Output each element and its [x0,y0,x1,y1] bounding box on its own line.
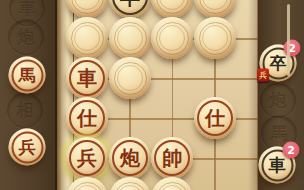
scrollbar-indicator[interactable] [287,4,290,76]
hidden-piece[interactable] [151,177,193,190]
tray-slot-faded: 相 [7,92,43,128]
capture-count-badge: 2 [283,142,300,159]
hidden-piece[interactable] [194,17,236,59]
revealed-seal-icon: 兵 [257,69,269,82]
hidden-piece[interactable] [151,0,193,18]
board-piece-red-advisor[interactable]: 仕 [194,97,236,139]
hidden-piece[interactable] [109,177,151,190]
tray-slot-faded: 炮 [260,82,296,118]
captured-piece-red-horse: 馬 [9,57,46,94]
piece-glyph: 仕 [69,100,105,136]
board-piece-red-general[interactable]: 帥 [151,137,193,179]
piece-glyph: 兵 [11,131,43,163]
board-piece-red-chariot[interactable]: 車 [66,57,108,99]
board-piece-red-advisor[interactable]: 仕 [66,97,108,139]
piece-glyph: 帥 [154,140,190,176]
piece-glyph: 仕 [197,100,233,136]
captured-red-tray: 車 炮 相 馬 兵 [0,0,57,190]
piece-glyph: 車 [69,60,105,96]
piece-glyph: 炮 [112,140,148,176]
captured-piece-red-soldier: 兵 [9,129,46,166]
hidden-piece[interactable] [66,17,108,59]
tray-board-divider [55,0,57,190]
xiangqi-board[interactable]: 卒 車 仕 仕 兵 炮 帥 [57,0,260,190]
jieqi-game-screen: 卒 車 仕 仕 兵 炮 帥 車 炮 相 馬 兵 炮 馬 卒 車 2 [0,0,304,190]
board-piece-red-cannon[interactable]: 炮 [109,137,151,179]
hidden-piece[interactable] [109,17,151,59]
piece-glyph: 馬 [11,59,43,91]
captured-black-tray: 炮 馬 卒 車 2 2 兵 [258,0,304,190]
hidden-piece[interactable] [151,17,193,59]
hidden-piece[interactable] [109,57,151,99]
tray-slot-faded: 炮 [8,19,44,55]
board-piece-black-soldier[interactable]: 卒 [109,0,151,18]
hidden-piece[interactable] [194,0,236,18]
piece-glyph: 卒 [112,0,148,15]
piece-glyph: 兵 [69,140,105,176]
board-piece-red-soldier[interactable]: 兵 [66,137,108,179]
